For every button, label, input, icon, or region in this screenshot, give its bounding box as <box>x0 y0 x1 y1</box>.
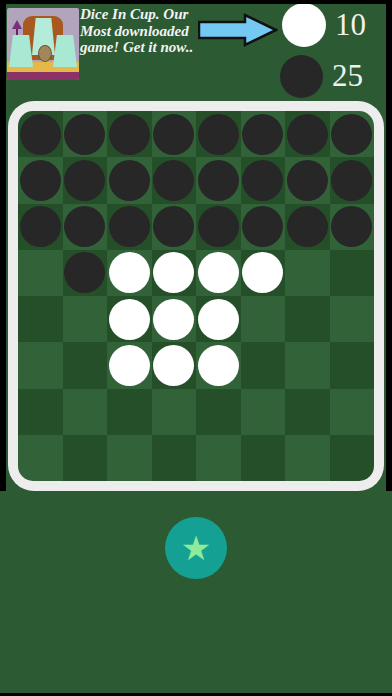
white-disc <box>242 252 283 293</box>
board-cell-r8c2[interactable] <box>63 435 108 481</box>
ad-thumbnail-dice-in-cup[interactable] <box>7 8 79 80</box>
ad-text[interactable]: Dice In Cup. Our Most downloaded game! G… <box>80 6 200 56</box>
board-cell-r1c8[interactable] <box>330 111 375 157</box>
black-disc <box>331 160 372 201</box>
board-cell-r3c5[interactable] <box>196 204 241 250</box>
board-cell-r1c4[interactable] <box>152 111 197 157</box>
board-cell-r3c4[interactable] <box>152 204 197 250</box>
board-cell-r7c5[interactable] <box>196 389 241 435</box>
board-cell-r4c1[interactable] <box>18 250 63 296</box>
board-cell-r1c2[interactable] <box>63 111 108 157</box>
star-button[interactable]: ★ <box>165 517 227 579</box>
black-disc <box>287 114 328 155</box>
board-cell-r6c5[interactable] <box>196 342 241 388</box>
board-cell-r2c2[interactable] <box>63 157 108 203</box>
board-cell-r1c3[interactable] <box>107 111 152 157</box>
board-cell-r2c5[interactable] <box>196 157 241 203</box>
reversi-board <box>18 111 374 481</box>
white-disc <box>153 345 194 386</box>
board-cell-r6c2[interactable] <box>63 342 108 388</box>
board-cell-r3c1[interactable] <box>18 204 63 250</box>
letterbox-right <box>386 0 392 491</box>
board-cell-r6c6[interactable] <box>241 342 286 388</box>
board-cell-r2c8[interactable] <box>330 157 375 203</box>
letterbox-left <box>0 0 6 491</box>
couch-graphic <box>7 72 79 80</box>
board-cell-r8c6[interactable] <box>241 435 286 481</box>
board-cell-r5c7[interactable] <box>285 296 330 342</box>
black-disc <box>153 206 194 247</box>
board-cell-r5c3[interactable] <box>107 296 152 342</box>
board-cell-r4c3[interactable] <box>107 250 152 296</box>
black-disc <box>109 206 150 247</box>
board-cell-r6c1[interactable] <box>18 342 63 388</box>
board-cell-r4c8[interactable] <box>330 250 375 296</box>
reversi-board-frame <box>8 101 384 491</box>
board-cell-r2c4[interactable] <box>152 157 197 203</box>
black-score-value: 25 <box>332 54 363 98</box>
black-disc <box>64 252 105 293</box>
black-disc <box>198 160 239 201</box>
board-cell-r5c2[interactable] <box>63 296 108 342</box>
board-cell-r4c2[interactable] <box>63 250 108 296</box>
board-cell-r7c6[interactable] <box>241 389 286 435</box>
white-disc <box>109 252 150 293</box>
black-disc <box>109 114 150 155</box>
black-score-row: 25 <box>280 54 363 98</box>
black-disc <box>153 160 194 201</box>
board-cell-r7c3[interactable] <box>107 389 152 435</box>
white-score-value: 10 <box>335 3 366 47</box>
white-score-row: 10 <box>282 3 366 47</box>
black-disc <box>287 160 328 201</box>
board-cell-r7c4[interactable] <box>152 389 197 435</box>
board-cell-r2c3[interactable] <box>107 157 152 203</box>
board-cell-r1c6[interactable] <box>241 111 286 157</box>
board-cell-r2c6[interactable] <box>241 157 286 203</box>
board-cell-r4c5[interactable] <box>196 250 241 296</box>
white-disc <box>198 345 239 386</box>
black-disc <box>198 114 239 155</box>
board-cell-r7c1[interactable] <box>18 389 63 435</box>
board-cell-r5c4[interactable] <box>152 296 197 342</box>
board-cell-r7c8[interactable] <box>330 389 375 435</box>
board-cell-r6c3[interactable] <box>107 342 152 388</box>
die-icon <box>38 45 52 62</box>
board-cell-r4c4[interactable] <box>152 250 197 296</box>
black-disc <box>287 206 328 247</box>
black-disc <box>331 206 372 247</box>
board-cell-r1c1[interactable] <box>18 111 63 157</box>
black-disc <box>64 206 105 247</box>
lamp-icon <box>12 20 22 29</box>
white-disc <box>109 345 150 386</box>
board-cell-r4c6[interactable] <box>241 250 286 296</box>
black-disc <box>242 114 283 155</box>
board-cell-r7c7[interactable] <box>285 389 330 435</box>
white-disc <box>198 299 239 340</box>
black-disc <box>20 206 61 247</box>
board-cell-r3c2[interactable] <box>63 204 108 250</box>
board-cell-r5c8[interactable] <box>330 296 375 342</box>
board-cell-r8c7[interactable] <box>285 435 330 481</box>
black-disc <box>198 206 239 247</box>
board-cell-r2c7[interactable] <box>285 157 330 203</box>
board-cell-r7c2[interactable] <box>63 389 108 435</box>
star-icon: ★ <box>181 517 211 579</box>
board-cell-r3c7[interactable] <box>285 204 330 250</box>
board-cell-r5c1[interactable] <box>18 296 63 342</box>
white-disc <box>198 252 239 293</box>
black-disc-icon <box>280 55 323 98</box>
board-cell-r5c6[interactable] <box>241 296 286 342</box>
cup-icon <box>53 35 77 67</box>
board-cell-r8c3[interactable] <box>107 435 152 481</box>
black-disc <box>64 114 105 155</box>
board-cell-r6c4[interactable] <box>152 342 197 388</box>
white-disc <box>153 252 194 293</box>
board-cell-r8c5[interactable] <box>196 435 241 481</box>
black-disc <box>20 114 61 155</box>
board-cell-r6c8[interactable] <box>330 342 375 388</box>
board-cell-r8c4[interactable] <box>152 435 197 481</box>
black-disc <box>64 160 105 201</box>
black-disc <box>242 160 283 201</box>
arrow-right-icon <box>198 13 278 47</box>
board-cell-r2c1[interactable] <box>18 157 63 203</box>
board-cell-r5c5[interactable] <box>196 296 241 342</box>
board-cell-r6c7[interactable] <box>285 342 330 388</box>
board-cell-r8c1[interactable] <box>18 435 63 481</box>
board-cell-r8c8[interactable] <box>330 435 375 481</box>
white-disc-icon <box>282 3 326 47</box>
board-cell-r3c6[interactable] <box>241 204 286 250</box>
black-disc <box>331 114 372 155</box>
white-disc <box>109 299 150 340</box>
black-disc <box>109 160 150 201</box>
black-disc <box>153 114 194 155</box>
letterbox-top <box>0 0 392 4</box>
black-disc <box>242 206 283 247</box>
board-cell-r4c7[interactable] <box>285 250 330 296</box>
board-cell-r1c5[interactable] <box>196 111 241 157</box>
board-cell-r3c3[interactable] <box>107 204 152 250</box>
board-cell-r3c8[interactable] <box>330 204 375 250</box>
cup-icon <box>9 35 33 67</box>
black-disc <box>20 160 61 201</box>
board-cell-r1c7[interactable] <box>285 111 330 157</box>
white-disc <box>153 299 194 340</box>
